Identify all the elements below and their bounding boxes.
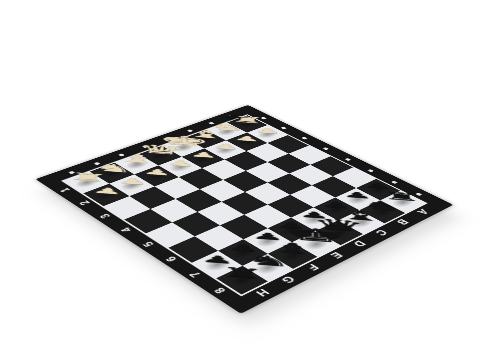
scene: 12345678HGFEDCBA ♜♞♝♚♛♝♞♜♟♟♟♟♟♟♟♟♟♟♟♟♟♟♟… (87, 34, 403, 350)
